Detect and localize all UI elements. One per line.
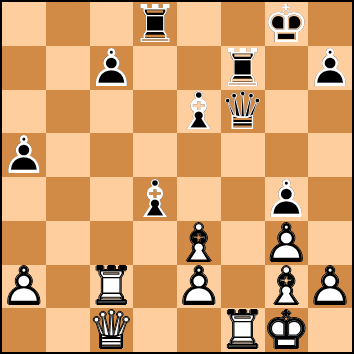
- square-g2[interactable]: ♝♗: [265, 265, 309, 309]
- white-queen-icon[interactable]: ♛♕: [90, 308, 134, 352]
- square-h8[interactable]: [308, 2, 352, 46]
- square-e7[interactable]: [177, 46, 221, 90]
- black-rook-icon[interactable]: ♜♖: [133, 2, 177, 46]
- piece-outline-glyph: ♙: [265, 221, 309, 265]
- black-pawn-icon[interactable]: ♟♙: [265, 177, 309, 221]
- square-b5[interactable]: [46, 133, 90, 177]
- piece-outline-glyph: ♙: [2, 133, 46, 177]
- square-b2[interactable]: [46, 265, 90, 309]
- square-h1[interactable]: [308, 308, 352, 352]
- black-bishop-icon[interactable]: ♝♗: [133, 177, 177, 221]
- square-g5[interactable]: [265, 133, 309, 177]
- square-f1[interactable]: ♜♖: [221, 308, 265, 352]
- piece-fill-glyph: ♟: [177, 265, 221, 309]
- piece-outline-glyph: ♙: [308, 46, 352, 90]
- piece-outline-glyph: ♗: [133, 177, 177, 221]
- black-rook-icon[interactable]: ♜♖: [221, 46, 265, 90]
- square-h5[interactable]: [308, 133, 352, 177]
- square-a2[interactable]: ♟♙: [2, 265, 46, 309]
- square-d1[interactable]: [133, 308, 177, 352]
- black-pawn-icon[interactable]: ♟♙: [90, 46, 134, 90]
- piece-fill-glyph: ♟: [308, 46, 352, 90]
- square-f5[interactable]: [221, 133, 265, 177]
- piece-fill-glyph: ♝: [133, 177, 177, 221]
- piece-outline-glyph: ♙: [90, 46, 134, 90]
- square-d6[interactable]: [133, 90, 177, 134]
- piece-outline-glyph: ♕: [221, 90, 265, 134]
- square-g4[interactable]: ♟♙: [265, 177, 309, 221]
- square-g7[interactable]: [265, 46, 309, 90]
- square-g3[interactable]: ♟♙: [265, 221, 309, 265]
- piece-fill-glyph: ♛: [90, 308, 134, 352]
- piece-outline-glyph: ♗: [265, 265, 309, 309]
- square-d3[interactable]: [133, 221, 177, 265]
- square-e5[interactable]: [177, 133, 221, 177]
- piece-fill-glyph: ♟: [2, 133, 46, 177]
- square-d5[interactable]: [133, 133, 177, 177]
- square-c3[interactable]: [90, 221, 134, 265]
- piece-fill-glyph: ♟: [265, 177, 309, 221]
- square-e4[interactable]: [177, 177, 221, 221]
- square-c5[interactable]: [90, 133, 134, 177]
- square-a7[interactable]: [2, 46, 46, 90]
- square-g1[interactable]: ♚♔: [265, 308, 309, 352]
- square-b4[interactable]: [46, 177, 90, 221]
- square-e6[interactable]: ♝♗: [177, 90, 221, 134]
- square-a1[interactable]: [2, 308, 46, 352]
- piece-fill-glyph: ♜: [90, 265, 134, 309]
- square-b6[interactable]: [46, 90, 90, 134]
- square-f7[interactable]: ♜♖: [221, 46, 265, 90]
- chess-board: ♜♖♚♔♟♙♜♖♟♙♝♗♛♕♟♙♝♗♟♙♝♗♟♙♟♙♜♖♟♙♝♗♟♙♛♕♜♖♚♔: [0, 0, 354, 354]
- square-h4[interactable]: [308, 177, 352, 221]
- piece-outline-glyph: ♙: [308, 265, 352, 309]
- black-bishop-icon[interactable]: ♝♗: [177, 90, 221, 134]
- piece-outline-glyph: ♗: [177, 90, 221, 134]
- piece-outline-glyph: ♖: [133, 2, 177, 46]
- square-b1[interactable]: [46, 308, 90, 352]
- piece-fill-glyph: ♝: [177, 90, 221, 134]
- piece-fill-glyph: ♟: [2, 265, 46, 309]
- white-bishop-icon[interactable]: ♝♗: [265, 265, 309, 309]
- white-bishop-icon[interactable]: ♝♗: [177, 221, 221, 265]
- square-a6[interactable]: [2, 90, 46, 134]
- square-d2[interactable]: [133, 265, 177, 309]
- square-f2[interactable]: [221, 265, 265, 309]
- square-h3[interactable]: [308, 221, 352, 265]
- white-pawn-icon[interactable]: ♟♙: [177, 265, 221, 309]
- white-pawn-icon[interactable]: ♟♙: [308, 265, 352, 309]
- black-king-icon[interactable]: ♚♔: [265, 2, 309, 46]
- square-e3[interactable]: ♝♗: [177, 221, 221, 265]
- piece-outline-glyph: ♖: [221, 308, 265, 352]
- piece-fill-glyph: ♛: [221, 90, 265, 134]
- square-c4[interactable]: [90, 177, 134, 221]
- square-c7[interactable]: ♟♙: [90, 46, 134, 90]
- piece-fill-glyph: ♚: [265, 308, 309, 352]
- square-e2[interactable]: ♟♙: [177, 265, 221, 309]
- square-f6[interactable]: ♛♕: [221, 90, 265, 134]
- square-h6[interactable]: [308, 90, 352, 134]
- piece-outline-glyph: ♙: [265, 177, 309, 221]
- square-a8[interactable]: [2, 2, 46, 46]
- piece-fill-glyph: ♟: [90, 46, 134, 90]
- black-queen-icon[interactable]: ♛♕: [221, 90, 265, 134]
- piece-outline-glyph: ♕: [90, 308, 134, 352]
- square-d7[interactable]: [133, 46, 177, 90]
- square-g8[interactable]: ♚♔: [265, 2, 309, 46]
- piece-outline-glyph: ♔: [265, 2, 309, 46]
- white-pawn-icon[interactable]: ♟♙: [265, 221, 309, 265]
- piece-outline-glyph: ♙: [2, 265, 46, 309]
- piece-outline-glyph: ♖: [90, 265, 134, 309]
- square-c1[interactable]: ♛♕: [90, 308, 134, 352]
- square-b3[interactable]: [46, 221, 90, 265]
- piece-outline-glyph: ♗: [177, 221, 221, 265]
- square-h7[interactable]: ♟♙: [308, 46, 352, 90]
- square-e1[interactable]: [177, 308, 221, 352]
- white-rook-icon[interactable]: ♜♖: [90, 265, 134, 309]
- piece-outline-glyph: ♙: [177, 265, 221, 309]
- square-a4[interactable]: [2, 177, 46, 221]
- piece-outline-glyph: ♖: [221, 46, 265, 90]
- piece-fill-glyph: ♟: [308, 265, 352, 309]
- white-king-icon[interactable]: ♚♔: [265, 308, 309, 352]
- square-b7[interactable]: [46, 46, 90, 90]
- square-d8[interactable]: ♜♖: [133, 2, 177, 46]
- piece-fill-glyph: ♜: [221, 46, 265, 90]
- square-e8[interactable]: [177, 2, 221, 46]
- square-c6[interactable]: [90, 90, 134, 134]
- square-f8[interactable]: [221, 2, 265, 46]
- piece-fill-glyph: ♟: [265, 221, 309, 265]
- square-g6[interactable]: [265, 90, 309, 134]
- white-rook-icon[interactable]: ♜♖: [221, 308, 265, 352]
- square-f3[interactable]: [221, 221, 265, 265]
- square-a3[interactable]: [2, 221, 46, 265]
- square-d4[interactable]: ♝♗: [133, 177, 177, 221]
- square-b8[interactable]: [46, 2, 90, 46]
- piece-outline-glyph: ♔: [265, 308, 309, 352]
- square-c2[interactable]: ♜♖: [90, 265, 134, 309]
- piece-fill-glyph: ♝: [177, 221, 221, 265]
- piece-fill-glyph: ♜: [133, 2, 177, 46]
- square-c8[interactable]: [90, 2, 134, 46]
- square-a5[interactable]: ♟♙: [2, 133, 46, 177]
- white-pawn-icon[interactable]: ♟♙: [2, 265, 46, 309]
- square-h2[interactable]: ♟♙: [308, 265, 352, 309]
- square-f4[interactable]: [221, 177, 265, 221]
- black-pawn-icon[interactable]: ♟♙: [2, 133, 46, 177]
- piece-fill-glyph: ♚: [265, 2, 309, 46]
- piece-fill-glyph: ♜: [221, 308, 265, 352]
- black-pawn-icon[interactable]: ♟♙: [308, 46, 352, 90]
- piece-fill-glyph: ♝: [265, 265, 309, 309]
